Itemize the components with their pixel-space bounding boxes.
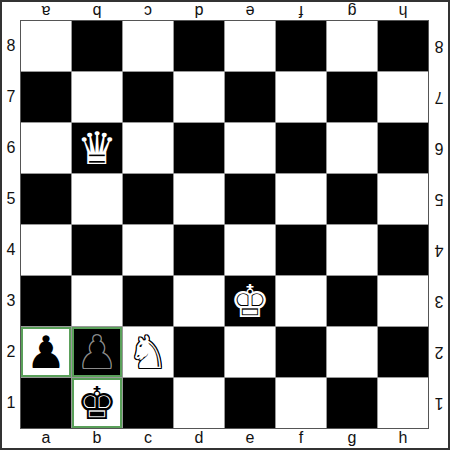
square-f7[interactable] <box>276 72 326 122</box>
square-c3[interactable] <box>123 276 173 326</box>
rank-label-6: 6 <box>2 123 20 173</box>
file-label-e: e <box>225 429 275 447</box>
square-h6[interactable] <box>378 123 428 173</box>
square-b2[interactable]: ♟ <box>72 327 122 377</box>
square-b3[interactable] <box>72 276 122 326</box>
rank-labels-right: 87654321 <box>430 21 448 428</box>
rank-label-7: 7 <box>430 72 448 122</box>
square-f2[interactable] <box>276 327 326 377</box>
rank-labels-left: 87654321 <box>2 21 20 428</box>
square-g4[interactable] <box>327 225 377 275</box>
rank-label-6: 6 <box>430 123 448 173</box>
file-label-b: b <box>72 429 122 447</box>
file-labels-bottom: abcdefgh <box>21 429 428 447</box>
square-f3[interactable] <box>276 276 326 326</box>
square-f4[interactable] <box>276 225 326 275</box>
square-d3[interactable] <box>174 276 224 326</box>
chess-board[interactable]: ♛♚♟♟♞♚ <box>20 20 429 429</box>
file-labels-top: abcdefgh <box>21 2 428 20</box>
file-label-d: d <box>174 2 224 20</box>
square-e5[interactable] <box>225 174 275 224</box>
square-g3[interactable] <box>327 276 377 326</box>
square-e3[interactable]: ♚ <box>225 276 275 326</box>
file-label-g: g <box>327 429 377 447</box>
square-c2[interactable]: ♞ <box>123 327 173 377</box>
piece-white-knight[interactable]: ♞ <box>128 330 168 375</box>
square-a1[interactable] <box>21 378 71 428</box>
file-label-g: g <box>327 2 377 20</box>
square-d4[interactable] <box>174 225 224 275</box>
square-h3[interactable] <box>378 276 428 326</box>
square-e7[interactable] <box>225 72 275 122</box>
square-a6[interactable] <box>21 123 71 173</box>
file-label-e: e <box>225 2 275 20</box>
square-c7[interactable] <box>123 72 173 122</box>
square-d5[interactable] <box>174 174 224 224</box>
rank-label-2: 2 <box>430 327 448 377</box>
file-label-a: a <box>21 429 71 447</box>
square-e2[interactable] <box>225 327 275 377</box>
square-d7[interactable] <box>174 72 224 122</box>
square-a2[interactable]: ♟ <box>21 327 71 377</box>
rank-label-4: 4 <box>2 225 20 275</box>
square-g8[interactable] <box>327 21 377 71</box>
square-f1[interactable] <box>276 378 326 428</box>
square-b4[interactable] <box>72 225 122 275</box>
square-f8[interactable] <box>276 21 326 71</box>
file-label-h: h <box>378 2 428 20</box>
square-b1[interactable]: ♚ <box>72 378 122 428</box>
rank-label-5: 5 <box>2 174 20 224</box>
rank-label-3: 3 <box>430 276 448 326</box>
chess-board-diagram: abcdefgh 87654321 ♛♚♟♟♞♚ 87654321 abcdef… <box>0 0 450 450</box>
file-label-c: c <box>123 429 173 447</box>
square-e1[interactable] <box>225 378 275 428</box>
rank-label-3: 3 <box>2 276 20 326</box>
square-g6[interactable] <box>327 123 377 173</box>
file-label-b: b <box>72 2 122 20</box>
rank-label-2: 2 <box>2 327 20 377</box>
square-h8[interactable] <box>378 21 428 71</box>
square-f5[interactable] <box>276 174 326 224</box>
rank-label-4: 4 <box>430 225 448 275</box>
file-label-f: f <box>276 2 326 20</box>
square-e8[interactable] <box>225 21 275 71</box>
rank-label-7: 7 <box>2 72 20 122</box>
square-b7[interactable] <box>72 72 122 122</box>
square-a4[interactable] <box>21 225 71 275</box>
piece-black-king[interactable]: ♚ <box>77 381 117 426</box>
square-g1[interactable] <box>327 378 377 428</box>
square-d1[interactable] <box>174 378 224 428</box>
square-a7[interactable] <box>21 72 71 122</box>
square-c5[interactable] <box>123 174 173 224</box>
square-g2[interactable] <box>327 327 377 377</box>
rank-label-5: 5 <box>430 174 448 224</box>
square-d8[interactable] <box>174 21 224 71</box>
rank-label-8: 8 <box>2 21 20 71</box>
square-d6[interactable] <box>174 123 224 173</box>
file-label-h: h <box>378 429 428 447</box>
piece-black-pawn[interactable]: ♟ <box>26 330 66 375</box>
square-d2[interactable] <box>174 327 224 377</box>
square-b8[interactable] <box>72 21 122 71</box>
square-f6[interactable] <box>276 123 326 173</box>
square-b5[interactable] <box>72 174 122 224</box>
square-h5[interactable] <box>378 174 428 224</box>
rank-label-1: 1 <box>430 378 448 428</box>
square-g5[interactable] <box>327 174 377 224</box>
square-b6[interactable]: ♛ <box>72 123 122 173</box>
square-c1[interactable] <box>123 378 173 428</box>
square-h4[interactable] <box>378 225 428 275</box>
piece-white-queen[interactable]: ♛ <box>77 126 117 171</box>
square-c4[interactable] <box>123 225 173 275</box>
square-e4[interactable] <box>225 225 275 275</box>
file-label-f: f <box>276 429 326 447</box>
square-h7[interactable] <box>378 72 428 122</box>
square-a3[interactable] <box>21 276 71 326</box>
square-c6[interactable] <box>123 123 173 173</box>
square-e6[interactable] <box>225 123 275 173</box>
file-label-a: a <box>21 2 71 20</box>
file-label-c: c <box>123 2 173 20</box>
square-h1[interactable] <box>378 378 428 428</box>
square-h2[interactable] <box>378 327 428 377</box>
file-label-d: d <box>174 429 224 447</box>
rank-label-1: 1 <box>2 378 20 428</box>
square-c8[interactable] <box>123 21 173 71</box>
piece-black-pawn[interactable]: ♟ <box>77 330 117 375</box>
square-a5[interactable] <box>21 174 71 224</box>
piece-white-king[interactable]: ♚ <box>230 279 270 324</box>
rank-label-8: 8 <box>430 21 448 71</box>
square-a8[interactable] <box>21 21 71 71</box>
square-g7[interactable] <box>327 72 377 122</box>
